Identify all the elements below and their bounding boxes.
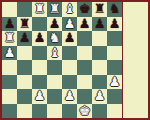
white-bishop[interactable]: ♝ — [49, 46, 61, 61]
square-h3[interactable]: ♟ — [107, 75, 122, 90]
square-e2[interactable]: ♟ — [62, 89, 77, 104]
black-knight[interactable]: ♞ — [109, 2, 121, 17]
square-c2[interactable]: ♟ — [32, 89, 47, 104]
side-panel — [123, 2, 148, 118]
white-pawn[interactable]: ♟ — [64, 17, 76, 32]
white-pawn[interactable]: ♟ — [4, 46, 16, 61]
square-e1[interactable] — [62, 104, 77, 119]
chess-app-window: ♜♜♝♚♜♞♟♜♟♟♟♟♟♜♟♟♞♟♟♝♟♟♟♟♚ — [0, 0, 150, 120]
black-pawn[interactable]: ♟ — [79, 17, 91, 32]
square-g2[interactable]: ♟ — [92, 89, 107, 104]
square-f5[interactable] — [77, 46, 92, 61]
white-pawn[interactable]: ♟ — [64, 89, 76, 104]
square-a7[interactable]: ♟ — [2, 17, 17, 32]
square-f3[interactable] — [77, 75, 92, 90]
square-a8[interactable] — [2, 2, 17, 17]
square-g4[interactable] — [92, 60, 107, 75]
square-h4[interactable] — [107, 60, 122, 75]
black-pawn[interactable]: ♟ — [64, 31, 76, 46]
square-e7[interactable]: ♟ — [62, 17, 77, 32]
square-e3[interactable] — [62, 75, 77, 90]
square-b5[interactable] — [17, 46, 32, 61]
square-a5[interactable]: ♟ — [2, 46, 17, 61]
square-f6[interactable] — [77, 31, 92, 46]
square-c8[interactable]: ♜ — [32, 2, 47, 17]
square-e6[interactable]: ♟ — [62, 31, 77, 46]
black-pawn[interactable]: ♟ — [4, 17, 16, 32]
square-c1[interactable] — [32, 104, 47, 119]
square-d3[interactable] — [47, 75, 62, 90]
square-e8[interactable]: ♝ — [62, 2, 77, 17]
square-b8[interactable] — [17, 2, 32, 17]
white-rook[interactable]: ♜ — [34, 2, 46, 17]
square-h2[interactable] — [107, 89, 122, 104]
square-h8[interactable]: ♞ — [107, 2, 122, 17]
square-h5[interactable] — [107, 46, 122, 61]
square-a3[interactable] — [2, 75, 17, 90]
square-g6[interactable] — [92, 31, 107, 46]
square-a2[interactable] — [2, 89, 17, 104]
white-pawn[interactable]: ♟ — [34, 89, 46, 104]
square-f8[interactable]: ♚ — [77, 2, 92, 17]
square-f4[interactable] — [77, 60, 92, 75]
black-pawn[interactable]: ♟ — [19, 31, 31, 46]
square-e4[interactable] — [62, 60, 77, 75]
square-d8[interactable]: ♜ — [47, 2, 62, 17]
white-pawn[interactable]: ♟ — [94, 89, 106, 104]
square-d4[interactable] — [47, 60, 62, 75]
square-b3[interactable] — [17, 75, 32, 90]
square-d2[interactable] — [47, 89, 62, 104]
white-knight[interactable]: ♞ — [49, 31, 61, 46]
black-pawn[interactable]: ♟ — [94, 17, 106, 32]
black-rook[interactable]: ♜ — [94, 2, 106, 17]
black-king[interactable]: ♚ — [79, 2, 91, 17]
white-king[interactable]: ♚ — [79, 104, 91, 119]
square-d7[interactable]: ♟ — [47, 17, 62, 32]
square-h6[interactable] — [107, 31, 122, 46]
square-h1[interactable] — [107, 104, 122, 119]
square-b7[interactable]: ♜ — [17, 17, 32, 32]
chess-board: ♜♜♝♚♜♞♟♜♟♟♟♟♟♜♟♟♞♟♟♝♟♟♟♟♚ — [2, 2, 123, 118]
black-pawn[interactable]: ♟ — [109, 17, 121, 32]
square-c4[interactable] — [32, 60, 47, 75]
white-bishop[interactable]: ♝ — [64, 2, 76, 17]
black-pawn[interactable]: ♟ — [49, 17, 61, 32]
square-g8[interactable]: ♜ — [92, 2, 107, 17]
square-g5[interactable] — [92, 46, 107, 61]
square-a1[interactable] — [2, 104, 17, 119]
square-c6[interactable]: ♟ — [32, 31, 47, 46]
square-f2[interactable] — [77, 89, 92, 104]
square-d1[interactable] — [47, 104, 62, 119]
square-b1[interactable] — [17, 104, 32, 119]
square-a4[interactable] — [2, 60, 17, 75]
square-h7[interactable]: ♟ — [107, 17, 122, 32]
square-g3[interactable] — [92, 75, 107, 90]
square-c7[interactable] — [32, 17, 47, 32]
white-rook[interactable]: ♜ — [4, 31, 16, 46]
square-f1[interactable]: ♚ — [77, 104, 92, 119]
square-b6[interactable]: ♟ — [17, 31, 32, 46]
square-g7[interactable]: ♟ — [92, 17, 107, 32]
square-d5[interactable]: ♝ — [47, 46, 62, 61]
black-rook[interactable]: ♜ — [19, 17, 31, 32]
square-c5[interactable] — [32, 46, 47, 61]
square-e5[interactable] — [62, 46, 77, 61]
square-a6[interactable]: ♜ — [2, 31, 17, 46]
black-pawn[interactable]: ♟ — [34, 31, 46, 46]
square-b2[interactable] — [17, 89, 32, 104]
square-f7[interactable]: ♟ — [77, 17, 92, 32]
square-b4[interactable] — [17, 60, 32, 75]
white-rook[interactable]: ♜ — [49, 2, 61, 17]
square-c3[interactable] — [32, 75, 47, 90]
white-pawn[interactable]: ♟ — [109, 75, 121, 90]
square-g1[interactable] — [92, 104, 107, 119]
square-d6[interactable]: ♞ — [47, 31, 62, 46]
